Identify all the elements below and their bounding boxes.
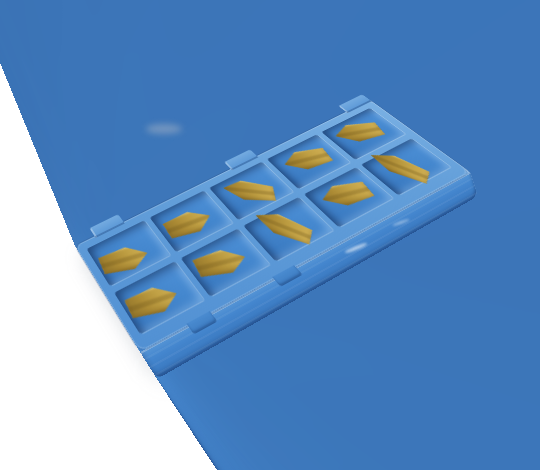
carbide-insert-r0c1 bbox=[160, 206, 217, 242]
carbide-insert-r1c2 bbox=[253, 206, 313, 248]
carbide-insert-r0c4 bbox=[328, 120, 387, 145]
carbide-insert-r0c0 bbox=[96, 242, 153, 278]
carbide-insert-r1c4 bbox=[368, 148, 431, 187]
carbide-insert-r1c3 bbox=[315, 179, 378, 211]
carbide-insert-r1c0 bbox=[123, 281, 184, 322]
carbide-insert-r0c2 bbox=[222, 178, 277, 203]
carbide-insert-r0c3 bbox=[278, 145, 336, 174]
scuff-mark-background bbox=[146, 124, 182, 134]
carbide-insert-r1c1 bbox=[190, 245, 252, 281]
product-photo-stage bbox=[0, 0, 540, 470]
